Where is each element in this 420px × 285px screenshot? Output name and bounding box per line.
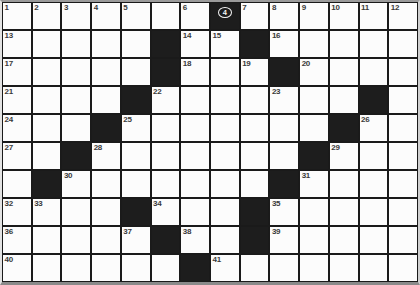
cell-r1c12[interactable] <box>359 30 389 58</box>
cell-r9c10[interactable] <box>299 254 329 282</box>
cell-r0c10[interactable]: 9 <box>299 2 329 30</box>
cell-r6c7[interactable] <box>210 170 240 198</box>
cell-r5c9[interactable] <box>269 142 299 170</box>
cell-r7c10[interactable] <box>299 198 329 226</box>
cell-r2c13[interactable] <box>388 58 418 86</box>
cell-r0c5[interactable] <box>151 2 181 30</box>
cell-r2c8[interactable]: 19 <box>240 58 270 86</box>
clue-number: 8 <box>272 3 276 12</box>
cell-r2c10[interactable]: 20 <box>299 58 329 86</box>
clue-number: 38 <box>183 227 191 236</box>
cell-r0c4[interactable]: 5 <box>121 2 151 30</box>
cell-r1c2[interactable] <box>61 30 91 58</box>
cell-r9c5[interactable] <box>151 254 181 282</box>
clue-number: 31 <box>302 171 310 180</box>
cell-r1c4[interactable] <box>121 30 151 58</box>
cell-r5c4[interactable] <box>121 142 151 170</box>
cell-r0c12[interactable]: 11 <box>359 2 389 30</box>
cell-r0c0[interactable]: 1 <box>2 2 32 30</box>
cell-r4c12[interactable]: 26 <box>359 114 389 142</box>
block-cell-r4c11 <box>329 114 359 142</box>
cell-r9c8[interactable] <box>240 254 270 282</box>
cell-r6c10[interactable]: 31 <box>299 170 329 198</box>
clue-number: 12 <box>391 3 399 12</box>
cell-r3c8[interactable] <box>240 86 270 114</box>
cell-r1c9[interactable]: 16 <box>269 30 299 58</box>
block-cell-r6c9 <box>269 170 299 198</box>
cell-r6c2[interactable]: 30 <box>61 170 91 198</box>
clue-number: 17 <box>5 59 13 68</box>
cell-r5c13[interactable] <box>388 142 418 170</box>
cell-r8c7[interactable] <box>210 226 240 254</box>
clue-number: 23 <box>272 87 280 96</box>
cell-r6c6[interactable] <box>180 170 210 198</box>
clue-number: 15 <box>212 31 220 40</box>
cell-r0c6[interactable]: 6 <box>180 2 210 30</box>
cell-r1c6[interactable]: 14 <box>180 30 210 58</box>
cell-r4c4[interactable]: 25 <box>121 114 151 142</box>
cell-r1c11[interactable] <box>329 30 359 58</box>
cell-r5c8[interactable] <box>240 142 270 170</box>
cell-r1c3[interactable] <box>91 30 121 58</box>
cell-r8c0[interactable]: 36 <box>2 226 32 254</box>
cell-r2c11[interactable] <box>329 58 359 86</box>
block-cell-r2c9 <box>269 58 299 86</box>
clue-number: 9 <box>302 3 306 12</box>
clue-number: 32 <box>5 199 13 208</box>
clue-number: 35 <box>272 199 280 208</box>
clue-number: 7 <box>242 3 246 12</box>
cell-r1c0[interactable]: 13 <box>2 30 32 58</box>
cell-r0c3[interactable]: 4 <box>91 2 121 30</box>
block-cell-r8c8 <box>240 226 270 254</box>
cell-r0c8[interactable]: 7 <box>240 2 270 30</box>
cell-r0c11[interactable]: 10 <box>329 2 359 30</box>
cell-r2c12[interactable] <box>359 58 389 86</box>
cell-r9c1[interactable] <box>32 254 62 282</box>
cell-r2c0[interactable]: 17 <box>2 58 32 86</box>
clue-number: 21 <box>5 87 13 96</box>
cell-r8c4[interactable]: 37 <box>121 226 151 254</box>
cell-r4c10[interactable] <box>299 114 329 142</box>
clue-number: 22 <box>153 87 161 96</box>
cell-r4c7[interactable] <box>210 114 240 142</box>
cell-r4c5[interactable] <box>151 114 181 142</box>
cell-r0c2[interactable]: 3 <box>61 2 91 30</box>
cell-r7c9[interactable]: 35 <box>269 198 299 226</box>
cell-r7c3[interactable] <box>91 198 121 226</box>
cell-r9c13[interactable] <box>388 254 418 282</box>
clue-number: 20 <box>302 59 310 68</box>
cell-r9c4[interactable] <box>121 254 151 282</box>
cell-r9c3[interactable] <box>91 254 121 282</box>
clue-number: 19 <box>242 59 250 68</box>
cell-r8c12[interactable] <box>359 226 389 254</box>
cell-r1c7[interactable]: 15 <box>210 30 240 58</box>
cell-r1c13[interactable] <box>388 30 418 58</box>
cell-r2c3[interactable] <box>91 58 121 86</box>
clue-number: 16 <box>272 31 280 40</box>
block-cell-r3c4 <box>121 86 151 114</box>
cell-r7c5[interactable]: 34 <box>151 198 181 226</box>
block-cell-r5c10 <box>299 142 329 170</box>
cell-r2c4[interactable] <box>121 58 151 86</box>
cell-r4c8[interactable] <box>240 114 270 142</box>
clue-number: 2 <box>34 3 38 12</box>
cell-r9c11[interactable] <box>329 254 359 282</box>
cell-r8c11[interactable] <box>329 226 359 254</box>
cell-r3c5[interactable]: 22 <box>151 86 181 114</box>
clue-number: 14 <box>183 31 191 40</box>
cell-r5c0[interactable]: 27 <box>2 142 32 170</box>
block-cell-r6c1 <box>32 170 62 198</box>
cell-r4c13[interactable] <box>388 114 418 142</box>
clue-number: 39 <box>272 227 280 236</box>
block-cell-r9c6 <box>180 254 210 282</box>
cell-r3c10[interactable] <box>299 86 329 114</box>
cell-r1c10[interactable] <box>299 30 329 58</box>
clue-number: 30 <box>64 171 72 180</box>
cell-r3c6[interactable] <box>180 86 210 114</box>
cell-r5c3[interactable]: 28 <box>91 142 121 170</box>
cell-r5c1[interactable] <box>32 142 62 170</box>
clue-number: 13 <box>5 31 13 40</box>
cell-r2c1[interactable] <box>32 58 62 86</box>
cell-r8c3[interactable] <box>91 226 121 254</box>
clue-number: 36 <box>5 227 13 236</box>
clue-number: 25 <box>123 115 131 124</box>
cell-r6c3[interactable] <box>91 170 121 198</box>
block-cell-r1c8 <box>240 30 270 58</box>
circled-number-badge: 4 <box>218 7 232 18</box>
cell-r6c4[interactable] <box>121 170 151 198</box>
cell-r7c11[interactable] <box>329 198 359 226</box>
clue-number: 29 <box>331 143 339 152</box>
cell-r0c9[interactable]: 8 <box>269 2 299 30</box>
cell-r6c5[interactable] <box>151 170 181 198</box>
cell-r7c12[interactable] <box>359 198 389 226</box>
clue-number: 28 <box>94 143 102 152</box>
cell-r9c2[interactable] <box>61 254 91 282</box>
cell-r8c2[interactable] <box>61 226 91 254</box>
cell-r8c6[interactable]: 38 <box>180 226 210 254</box>
cell-r5c12[interactable] <box>359 142 389 170</box>
cell-r3c7[interactable] <box>210 86 240 114</box>
block-cell-r4c3 <box>91 114 121 142</box>
crossword-grid: 1234564789101112131415161718192021222324… <box>0 0 420 285</box>
block-cell-r8c5 <box>151 226 181 254</box>
block-cell-r7c4 <box>121 198 151 226</box>
cell-r2c7[interactable] <box>210 58 240 86</box>
cell-r7c1[interactable]: 33 <box>32 198 62 226</box>
clue-number: 26 <box>361 115 369 124</box>
cell-r7c2[interactable] <box>61 198 91 226</box>
cell-r9c9[interactable] <box>269 254 299 282</box>
block-cell-r3c12 <box>359 86 389 114</box>
cell-r0c13[interactable]: 12 <box>388 2 418 30</box>
cell-r3c13[interactable] <box>388 86 418 114</box>
clue-number: 24 <box>5 115 13 124</box>
block-cell-r1c5 <box>151 30 181 58</box>
clue-number: 1 <box>5 3 9 12</box>
cell-r4c6[interactable] <box>180 114 210 142</box>
cell-r1c1[interactable] <box>32 30 62 58</box>
block-cell-r0c7: 4 <box>210 2 240 30</box>
cell-r6c0[interactable] <box>2 170 32 198</box>
clue-number: 40 <box>5 255 13 264</box>
cell-r3c1[interactable] <box>32 86 62 114</box>
clue-number: 6 <box>183 3 187 12</box>
cell-r3c0[interactable]: 21 <box>2 86 32 114</box>
cell-r8c1[interactable] <box>32 226 62 254</box>
cell-r3c3[interactable] <box>91 86 121 114</box>
clue-number: 11 <box>361 3 369 12</box>
cell-r6c8[interactable] <box>240 170 270 198</box>
cell-r7c0[interactable]: 32 <box>2 198 32 226</box>
block-cell-r7c8 <box>240 198 270 226</box>
cell-r3c11[interactable] <box>329 86 359 114</box>
clue-number: 37 <box>123 227 131 236</box>
block-cell-r5c2 <box>61 142 91 170</box>
clue-number: 33 <box>34 199 42 208</box>
clue-number: 18 <box>183 59 191 68</box>
cell-r4c1[interactable] <box>32 114 62 142</box>
cell-r3c2[interactable] <box>61 86 91 114</box>
cell-r6c11[interactable] <box>329 170 359 198</box>
cell-r5c6[interactable] <box>180 142 210 170</box>
cell-r9c12[interactable] <box>359 254 389 282</box>
cell-r8c10[interactable] <box>299 226 329 254</box>
clue-number: 34 <box>153 199 161 208</box>
cell-r4c2[interactable] <box>61 114 91 142</box>
cell-r7c7[interactable] <box>210 198 240 226</box>
clue-number: 4 <box>94 3 98 12</box>
cell-r7c13[interactable] <box>388 198 418 226</box>
cell-r9c7[interactable]: 41 <box>210 254 240 282</box>
cell-r6c12[interactable] <box>359 170 389 198</box>
clue-number: 3 <box>64 3 68 12</box>
cell-r6c13[interactable] <box>388 170 418 198</box>
clue-number: 27 <box>5 143 13 152</box>
clue-number: 10 <box>331 3 339 12</box>
clue-number: 41 <box>212 255 220 264</box>
cell-r4c0[interactable]: 24 <box>2 114 32 142</box>
cell-r5c7[interactable] <box>210 142 240 170</box>
cell-r5c11[interactable]: 29 <box>329 142 359 170</box>
cell-r8c9[interactable]: 39 <box>269 226 299 254</box>
cell-r8c13[interactable] <box>388 226 418 254</box>
cell-r9c0[interactable]: 40 <box>2 254 32 282</box>
cell-r4c9[interactable] <box>269 114 299 142</box>
block-cell-r2c5 <box>151 58 181 86</box>
cell-r7c6[interactable] <box>180 198 210 226</box>
cell-r5c5[interactable] <box>151 142 181 170</box>
cell-r2c6[interactable]: 18 <box>180 58 210 86</box>
cell-r2c2[interactable] <box>61 58 91 86</box>
clue-number: 5 <box>123 3 127 12</box>
cell-r0c1[interactable]: 2 <box>32 2 62 30</box>
cell-r3c9[interactable]: 23 <box>269 86 299 114</box>
